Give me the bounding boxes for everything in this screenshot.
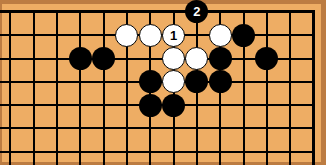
white-stone	[209, 24, 232, 47]
board-frame-top	[0, 0, 326, 4]
black-stone	[162, 94, 185, 117]
white-stone	[139, 24, 162, 47]
black-stone: 2	[185, 0, 208, 23]
black-stone	[209, 47, 232, 70]
white-stone	[185, 47, 208, 70]
white-stone	[162, 70, 185, 93]
black-stone	[255, 47, 278, 70]
grid-line-vertical	[9, 10, 11, 165]
white-stone: 1	[162, 24, 185, 47]
black-stone	[185, 70, 208, 93]
white-stone	[162, 47, 185, 70]
grid-line-vertical	[103, 10, 105, 165]
black-stone	[92, 47, 115, 70]
go-board: 21	[0, 0, 326, 165]
grid-line-vertical	[289, 10, 291, 165]
move-number-label: 1	[170, 29, 177, 42]
move-number-label: 2	[193, 5, 200, 18]
black-stone	[69, 47, 92, 70]
board-right-edge-line	[312, 10, 314, 165]
board-frame-bottom	[0, 162, 326, 165]
black-stone	[232, 24, 255, 47]
black-stone	[139, 70, 162, 93]
white-stone	[115, 24, 138, 47]
grid-line-vertical	[79, 10, 81, 165]
black-stone	[139, 94, 162, 117]
black-stone	[209, 70, 232, 93]
board-frame-right	[321, 0, 326, 165]
grid-line-vertical	[56, 10, 58, 165]
grid-line-vertical	[266, 10, 268, 165]
grid-line-vertical	[33, 10, 35, 165]
